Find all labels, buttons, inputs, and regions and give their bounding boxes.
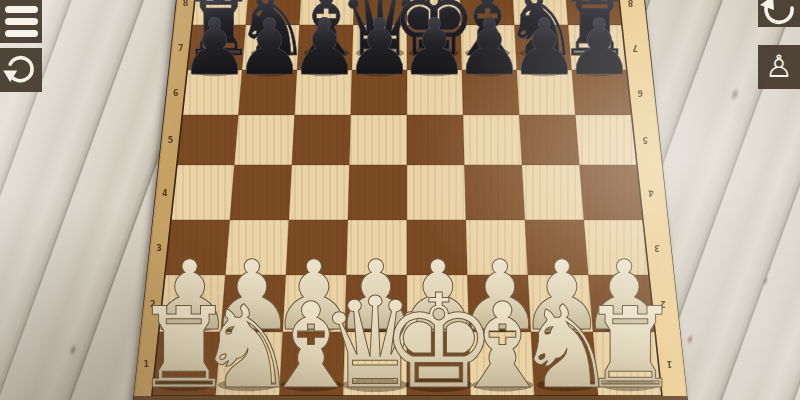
rank-label-left-6: 6 [173, 89, 179, 98]
pawn-icon: ♙ [765, 51, 793, 82]
undo-arrow-icon [758, 0, 800, 27]
hamburger-icon [5, 6, 38, 13]
rotate-board-button[interactable] [0, 48, 42, 92]
piece-white-rook-h1[interactable]: ♜ [580, 283, 680, 400]
undo-button[interactable] [758, 0, 800, 27]
rank-label-right-5: 5 [642, 135, 648, 144]
player-button[interactable]: ♙ [758, 45, 800, 89]
rotate-icon [0, 48, 42, 92]
rank-label-left-5: 5 [168, 136, 174, 145]
chess-board[interactable]: 8877665544332211♜♞♝♛♚♝♞♜♟♟♟♟♟♟♟♟♟♟♟♟♟♟♟♟… [0, 0, 800, 400]
menu-button[interactable] [0, 0, 42, 43]
piece-black-pawn-h7[interactable]: ♟ [564, 2, 634, 92]
rank-label-right-6: 6 [637, 88, 643, 97]
rank-label-left-4: 4 [162, 189, 168, 198]
rank-label-right-4: 4 [648, 188, 654, 197]
chess-app-screen: 8877665544332211♜♞♝♛♚♝♞♜♟♟♟♟♟♟♟♟♟♟♟♟♟♟♟♟… [0, 0, 800, 400]
